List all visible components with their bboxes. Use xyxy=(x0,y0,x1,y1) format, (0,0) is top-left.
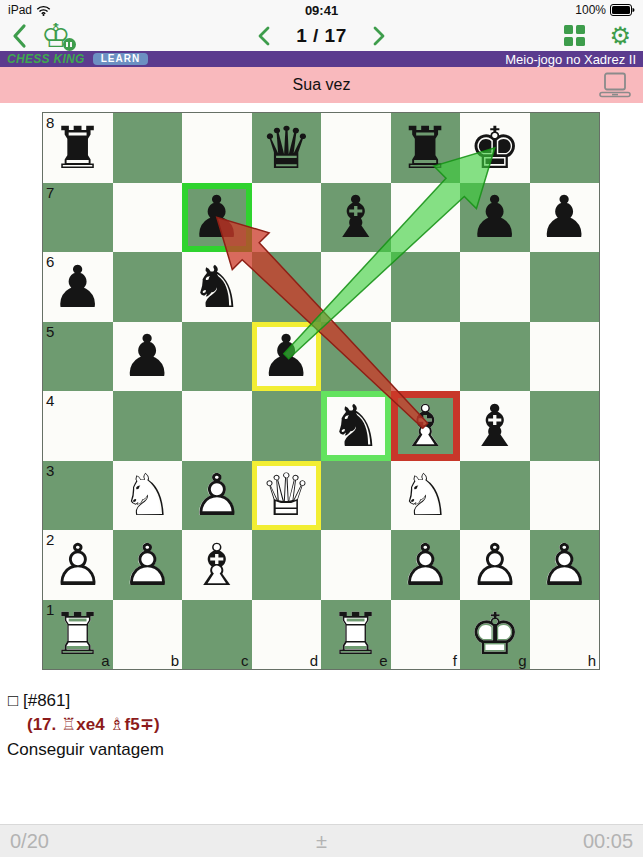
square-b5[interactable]: ♟ xyxy=(113,322,183,392)
file-label-b: b xyxy=(171,652,179,669)
square-d7[interactable] xyxy=(252,183,322,253)
piece-black-queen: ♛ xyxy=(252,113,322,183)
square-f2[interactable]: ♟♙ xyxy=(391,530,461,600)
variation-line-label: (17. ♖xe4 ♗f5∓) xyxy=(27,714,643,735)
square-h2[interactable]: ♟♙ xyxy=(530,530,600,600)
square-e4[interactable]: ♞ xyxy=(321,391,391,461)
square-g7[interactable]: ♟ xyxy=(460,183,530,253)
next-button[interactable] xyxy=(373,26,385,46)
square-a2[interactable]: 2♟♙ xyxy=(43,530,113,600)
square-c8[interactable] xyxy=(182,113,252,183)
square-f5[interactable] xyxy=(391,322,461,392)
eval-symbol: ± xyxy=(218,830,426,853)
bottom-bar: 0/20 ± 00:05 xyxy=(0,824,643,857)
square-e5[interactable] xyxy=(321,322,391,392)
course-title-label: Meio-jogo no Xadrez II xyxy=(505,52,636,67)
square-d3[interactable]: ♛♕ xyxy=(252,461,322,531)
clock-label: 09:41 xyxy=(217,3,426,18)
square-g6[interactable] xyxy=(460,252,530,322)
square-e1[interactable]: e♜♖ xyxy=(321,600,391,670)
prev-button[interactable] xyxy=(258,26,270,46)
piece-white-bishop: ♝♗ xyxy=(182,530,252,600)
file-label-g: g xyxy=(518,652,526,669)
square-a5[interactable]: 5 xyxy=(43,322,113,392)
piece-black-pawn: ♟ xyxy=(113,322,183,392)
piece-black-bishop: ♝ xyxy=(460,391,530,461)
wifi-icon xyxy=(36,5,51,16)
status-bar: iPad 09:41 100% xyxy=(0,0,643,20)
turn-message: Sua vez xyxy=(293,76,351,94)
square-g1[interactable]: g♚♔ xyxy=(460,600,530,670)
file-label-f: f xyxy=(453,652,457,669)
chess-board: 8♜♛♜♚7♟♝♟♟6♟♞5♟♟4♞♝♗♝3♞♘♟♙♛♕♞♘2♟♙♟♙♝♗♟♙♟… xyxy=(43,113,599,669)
square-b7[interactable] xyxy=(113,183,183,253)
square-f4[interactable]: ♝♗ xyxy=(391,391,461,461)
square-d6[interactable] xyxy=(252,252,322,322)
square-f3[interactable]: ♞♘ xyxy=(391,461,461,531)
square-g5[interactable] xyxy=(460,322,530,392)
piece-white-knight: ♞♘ xyxy=(113,461,183,531)
square-a6[interactable]: 6♟ xyxy=(43,252,113,322)
rank-label-5: 5 xyxy=(46,323,54,340)
square-c6[interactable]: ♞ xyxy=(182,252,252,322)
piece-white-pawn: ♟♙ xyxy=(460,530,530,600)
battery-percent-label: 100% xyxy=(575,3,606,17)
annotation-panel: □ [#861] (17. ♖xe4 ♗f5∓) Conseguir vanta… xyxy=(0,669,643,760)
square-g8[interactable]: ♚ xyxy=(460,113,530,183)
square-a8[interactable]: 8♜ xyxy=(43,113,113,183)
file-label-c: c xyxy=(241,652,249,669)
square-a1[interactable]: 1a♜♖ xyxy=(43,600,113,670)
battery-icon xyxy=(610,4,635,16)
square-b8[interactable] xyxy=(113,113,183,183)
piece-white-queen: ♛♕ xyxy=(252,461,322,531)
puzzle-id-label: □ [#861] xyxy=(8,691,643,711)
square-d4[interactable] xyxy=(252,391,322,461)
nav-bar: ♔ 1 / 17 ⚙ xyxy=(0,20,643,51)
square-h4[interactable] xyxy=(530,391,600,461)
square-d5[interactable]: ♟ xyxy=(252,322,322,392)
square-b1[interactable]: b xyxy=(113,600,183,670)
piece-black-pawn: ♟ xyxy=(182,183,252,253)
square-c1[interactable]: c xyxy=(182,600,252,670)
goal-label: Conseguir vantagem xyxy=(7,740,643,760)
timer-label: 00:05 xyxy=(425,830,633,853)
rank-label-4: 4 xyxy=(46,392,54,409)
square-d1[interactable]: d xyxy=(252,600,322,670)
square-b3[interactable]: ♞♘ xyxy=(113,461,183,531)
piece-black-knight: ♞ xyxy=(182,252,252,322)
piece-black-rook: ♜ xyxy=(391,113,461,183)
square-a3[interactable]: 3 xyxy=(43,461,113,531)
square-g3[interactable] xyxy=(460,461,530,531)
square-e6[interactable] xyxy=(321,252,391,322)
carrier-label: iPad xyxy=(8,3,32,17)
square-b6[interactable] xyxy=(113,252,183,322)
piece-black-bishop: ♝ xyxy=(321,183,391,253)
computer-laptop-icon[interactable] xyxy=(598,72,632,99)
piece-white-pawn: ♟♙ xyxy=(113,530,183,600)
square-f7[interactable] xyxy=(391,183,461,253)
piece-black-knight: ♞ xyxy=(321,391,391,461)
square-d2[interactable] xyxy=(252,530,322,600)
square-e7[interactable]: ♝ xyxy=(321,183,391,253)
square-a4[interactable]: 4 xyxy=(43,391,113,461)
square-c5[interactable] xyxy=(182,322,252,392)
piece-white-pawn: ♟♙ xyxy=(391,530,461,600)
square-h6[interactable] xyxy=(530,252,600,322)
piece-black-king: ♚ xyxy=(460,113,530,183)
square-d8[interactable]: ♛ xyxy=(252,113,322,183)
rank-label-6: 6 xyxy=(46,253,54,270)
square-f6[interactable] xyxy=(391,252,461,322)
square-e8[interactable] xyxy=(321,113,391,183)
square-c2[interactable]: ♝♗ xyxy=(182,530,252,600)
square-h3[interactable] xyxy=(530,461,600,531)
square-e3[interactable] xyxy=(321,461,391,531)
square-b4[interactable] xyxy=(113,391,183,461)
file-label-d: d xyxy=(310,652,318,669)
spacer xyxy=(0,103,643,113)
piece-white-pawn: ♟♙ xyxy=(182,461,252,531)
square-f1[interactable]: f xyxy=(391,600,461,670)
square-f8[interactable]: ♜ xyxy=(391,113,461,183)
file-label-e: e xyxy=(379,652,387,669)
rank-label-8: 8 xyxy=(46,114,54,131)
file-label-a: a xyxy=(101,652,109,669)
square-h5[interactable] xyxy=(530,322,600,392)
rank-label-2: 2 xyxy=(46,531,54,548)
piece-white-knight: ♞♘ xyxy=(391,461,461,531)
piece-black-pawn: ♟ xyxy=(252,322,322,392)
file-label-h: h xyxy=(588,652,596,669)
score-label: 0/20 xyxy=(10,830,218,853)
square-c7[interactable]: ♟ xyxy=(182,183,252,253)
square-b2[interactable]: ♟♙ xyxy=(113,530,183,600)
square-a7[interactable]: 7 xyxy=(43,183,113,253)
settings-gear-button[interactable]: ⚙ xyxy=(609,24,631,48)
square-h7[interactable]: ♟ xyxy=(530,183,600,253)
square-c3[interactable]: ♟♙ xyxy=(182,461,252,531)
turn-banner: Sua vez xyxy=(0,67,643,103)
grid-view-button[interactable] xyxy=(564,25,585,46)
square-g2[interactable]: ♟♙ xyxy=(460,530,530,600)
brand-bar: CHESS KING LEARN Meio-jogo no Xadrez II xyxy=(0,51,643,67)
rank-label-7: 7 xyxy=(46,184,54,201)
position-counter: 1 / 17 xyxy=(296,25,347,47)
piece-black-pawn: ♟ xyxy=(460,183,530,253)
piece-black-pawn: ♟ xyxy=(530,183,600,253)
rank-label-1: 1 xyxy=(46,601,54,618)
piece-white-bishop: ♝♗ xyxy=(391,391,461,461)
square-h1[interactable]: h xyxy=(530,600,600,670)
square-h8[interactable] xyxy=(530,113,600,183)
piece-white-pawn: ♟♙ xyxy=(530,530,600,600)
learn-badge: LEARN xyxy=(93,53,148,65)
rank-label-3: 3 xyxy=(46,462,54,479)
square-g4[interactable]: ♝ xyxy=(460,391,530,461)
square-c4[interactable] xyxy=(182,391,252,461)
square-e2[interactable] xyxy=(321,530,391,600)
